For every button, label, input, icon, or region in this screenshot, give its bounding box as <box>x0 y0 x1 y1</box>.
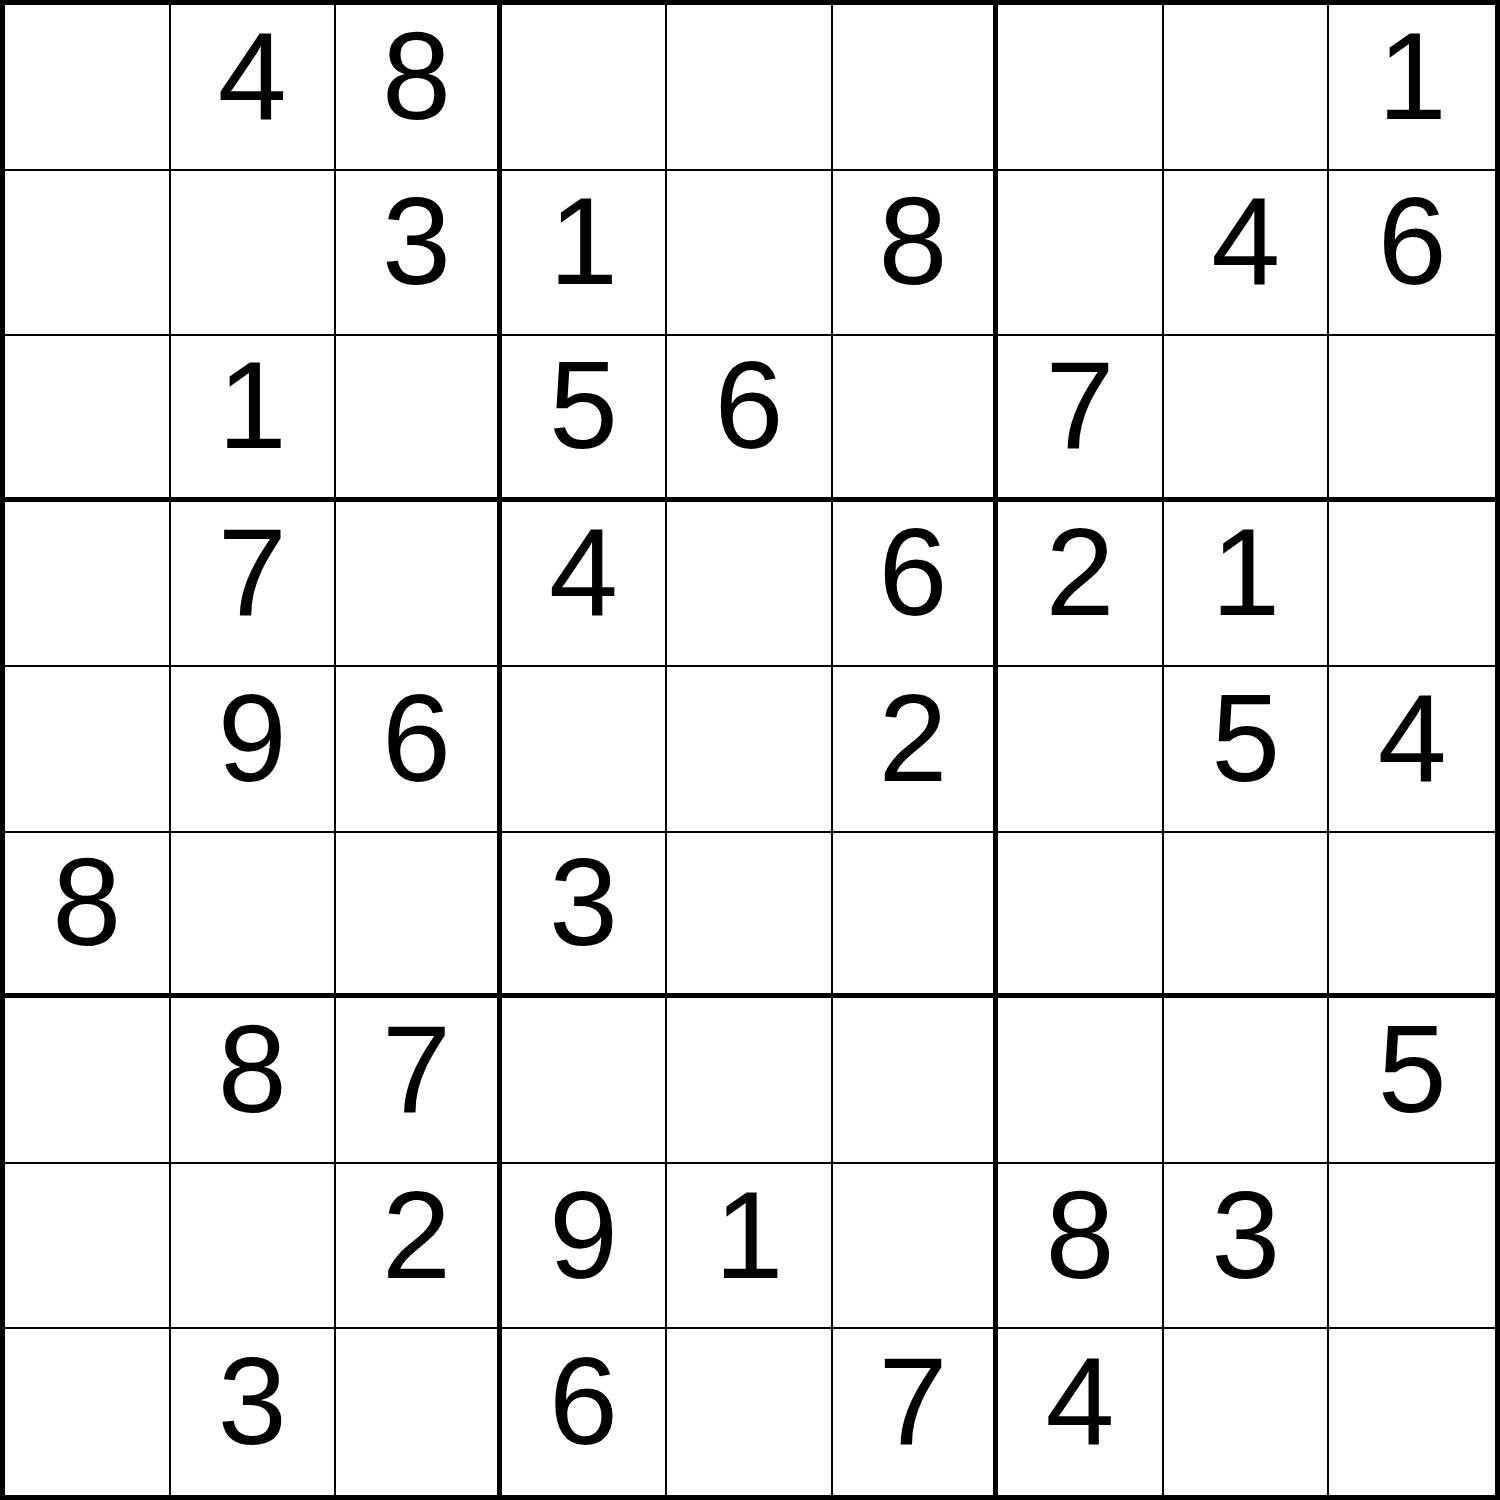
cell-r3c6[interactable] <box>833 336 999 502</box>
cell-r4c1[interactable] <box>5 502 171 668</box>
given-digit: 1 <box>1211 510 1280 634</box>
cell-r6c4[interactable]: 3 <box>502 833 668 999</box>
cell-r2c1[interactable] <box>5 171 171 337</box>
given-digit: 2 <box>879 676 948 800</box>
cell-r4c4[interactable]: 4 <box>502 502 668 668</box>
given-digit: 3 <box>549 840 618 964</box>
cell-r5c1[interactable] <box>5 667 171 833</box>
sudoku-board: 481318461567746219625483875291833674 <box>0 0 1500 1500</box>
cell-r7c2[interactable]: 8 <box>171 998 337 1164</box>
cell-r9c3[interactable] <box>336 1329 502 1495</box>
cell-r9c8[interactable] <box>1164 1329 1330 1495</box>
cell-r3c1[interactable] <box>5 336 171 502</box>
cell-r3c5[interactable]: 6 <box>667 336 833 502</box>
cell-r2c6[interactable]: 8 <box>833 171 999 337</box>
cell-r2c9[interactable]: 6 <box>1329 171 1495 337</box>
cell-r1c8[interactable] <box>1164 5 1330 171</box>
cell-r3c9[interactable] <box>1329 336 1495 502</box>
cell-r1c9[interactable]: 1 <box>1329 5 1495 171</box>
given-digit: 5 <box>1378 1007 1447 1131</box>
given-digit: 3 <box>218 1339 287 1463</box>
cell-r5c2[interactable]: 9 <box>171 667 337 833</box>
cell-r7c8[interactable] <box>1164 998 1330 1164</box>
cell-r2c8[interactable]: 4 <box>1164 171 1330 337</box>
given-digit: 9 <box>549 1173 618 1297</box>
given-digit: 7 <box>879 1339 948 1463</box>
cell-r3c8[interactable] <box>1164 336 1330 502</box>
cell-r4c3[interactable] <box>336 502 502 668</box>
cell-r8c3[interactable]: 2 <box>336 1164 502 1330</box>
given-digit: 1 <box>715 1173 784 1297</box>
cell-r1c1[interactable] <box>5 5 171 171</box>
cell-r7c7[interactable] <box>998 998 1164 1164</box>
given-digit: 7 <box>218 510 287 634</box>
cell-r7c4[interactable] <box>502 998 668 1164</box>
given-digit: 6 <box>1378 179 1447 303</box>
given-digit: 4 <box>1211 179 1280 303</box>
cell-r3c4[interactable]: 5 <box>502 336 668 502</box>
cell-r9c5[interactable] <box>667 1329 833 1495</box>
given-digit: 6 <box>715 343 784 467</box>
given-digit: 8 <box>382 14 451 138</box>
given-digit: 8 <box>52 840 121 964</box>
cell-r5c6[interactable]: 2 <box>833 667 999 833</box>
cell-r9c2[interactable]: 3 <box>171 1329 337 1495</box>
cell-r6c5[interactable] <box>667 833 833 999</box>
cell-r2c5[interactable] <box>667 171 833 337</box>
cell-r3c2[interactable]: 1 <box>171 336 337 502</box>
cell-r9c6[interactable]: 7 <box>833 1329 999 1495</box>
cell-r6c2[interactable] <box>171 833 337 999</box>
cell-r2c7[interactable] <box>998 171 1164 337</box>
cell-r8c4[interactable]: 9 <box>502 1164 668 1330</box>
given-digit: 1 <box>1378 14 1447 138</box>
cell-r8c6[interactable] <box>833 1164 999 1330</box>
cell-r6c8[interactable] <box>1164 833 1330 999</box>
given-digit: 4 <box>549 510 618 634</box>
given-digit: 7 <box>382 1007 451 1131</box>
given-digit: 5 <box>1211 676 1280 800</box>
cell-r5c4[interactable] <box>502 667 668 833</box>
cell-r4c5[interactable] <box>667 502 833 668</box>
cell-r5c7[interactable] <box>998 667 1164 833</box>
cell-r6c6[interactable] <box>833 833 999 999</box>
cell-r7c5[interactable] <box>667 998 833 1164</box>
cell-r6c9[interactable] <box>1329 833 1495 999</box>
given-digit: 8 <box>218 1007 287 1131</box>
cell-r7c6[interactable] <box>833 998 999 1164</box>
given-digit: 5 <box>549 343 618 467</box>
cell-r6c7[interactable] <box>998 833 1164 999</box>
given-digit: 4 <box>1378 676 1447 800</box>
cell-r1c7[interactable] <box>998 5 1164 171</box>
given-digit: 3 <box>382 179 451 303</box>
given-digit: 1 <box>218 343 287 467</box>
cell-r9c7[interactable]: 4 <box>998 1329 1164 1495</box>
cell-r2c3[interactable]: 3 <box>336 171 502 337</box>
cell-r7c3[interactable]: 7 <box>336 998 502 1164</box>
given-digit: 9 <box>218 676 287 800</box>
cell-r1c5[interactable] <box>667 5 833 171</box>
given-digit: 8 <box>879 179 948 303</box>
cell-r8c5[interactable]: 1 <box>667 1164 833 1330</box>
cell-r6c3[interactable] <box>336 833 502 999</box>
given-digit: 1 <box>549 179 618 303</box>
given-digit: 8 <box>1046 1173 1115 1297</box>
cell-r4c7[interactable]: 2 <box>998 502 1164 668</box>
cell-r2c2[interactable] <box>171 171 337 337</box>
cell-r6c1[interactable]: 8 <box>5 833 171 999</box>
cell-r8c8[interactable]: 3 <box>1164 1164 1330 1330</box>
given-digit: 3 <box>1211 1173 1280 1297</box>
cell-r5c5[interactable] <box>667 667 833 833</box>
given-digit: 2 <box>1046 510 1115 634</box>
cell-r4c6[interactable]: 6 <box>833 502 999 668</box>
cell-r9c9[interactable] <box>1329 1329 1495 1495</box>
cell-r5c3[interactable]: 6 <box>336 667 502 833</box>
cell-r1c4[interactable] <box>502 5 668 171</box>
cell-r1c6[interactable] <box>833 5 999 171</box>
cell-r4c2[interactable]: 7 <box>171 502 337 668</box>
cell-r8c9[interactable] <box>1329 1164 1495 1330</box>
cell-r5c9[interactable]: 4 <box>1329 667 1495 833</box>
cell-r8c1[interactable] <box>5 1164 171 1330</box>
given-digit: 2 <box>382 1173 451 1297</box>
cell-r4c9[interactable] <box>1329 502 1495 668</box>
cell-r1c2[interactable]: 4 <box>171 5 337 171</box>
given-digit: 4 <box>1046 1339 1115 1463</box>
cell-r4c8[interactable]: 1 <box>1164 502 1330 668</box>
cell-r9c4[interactable]: 6 <box>502 1329 668 1495</box>
cell-r8c2[interactable] <box>171 1164 337 1330</box>
cell-r7c9[interactable]: 5 <box>1329 998 1495 1164</box>
cell-r3c3[interactable] <box>336 336 502 502</box>
given-digit: 4 <box>218 14 287 138</box>
given-digit: 6 <box>549 1339 618 1463</box>
cell-r2c4[interactable]: 1 <box>502 171 668 337</box>
given-digit: 6 <box>879 510 948 634</box>
given-digit: 6 <box>382 676 451 800</box>
cell-r9c1[interactable] <box>5 1329 171 1495</box>
cell-r1c3[interactable]: 8 <box>336 5 502 171</box>
given-digit: 7 <box>1046 343 1115 467</box>
cell-r3c7[interactable]: 7 <box>998 336 1164 502</box>
cell-r5c8[interactable]: 5 <box>1164 667 1330 833</box>
cell-r7c1[interactable] <box>5 998 171 1164</box>
cell-r8c7[interactable]: 8 <box>998 1164 1164 1330</box>
